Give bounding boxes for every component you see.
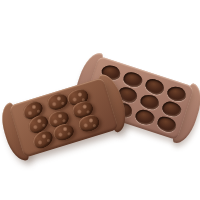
tray-with-chocolates xyxy=(9,77,119,157)
product-photo xyxy=(0,0,200,200)
